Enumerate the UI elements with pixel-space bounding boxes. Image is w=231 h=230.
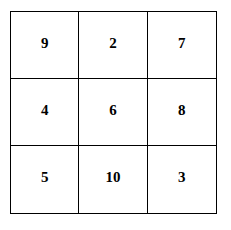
cell-r2c3: 8	[148, 79, 216, 146]
page: 9 2 7 4 6 8 5 10 3	[0, 0, 231, 230]
cell-r2c2: 6	[79, 79, 147, 146]
cell-r3c2: 10	[79, 146, 147, 213]
cell-r2c1: 4	[11, 79, 79, 146]
cell-r1c3: 7	[148, 12, 216, 79]
cell-r3c1: 5	[11, 146, 79, 213]
magic-square-board: 9 2 7 4 6 8 5 10 3	[10, 11, 217, 214]
cell-r1c1: 9	[11, 12, 79, 79]
cell-r3c3: 3	[148, 146, 216, 213]
cell-r1c2: 2	[79, 12, 147, 79]
